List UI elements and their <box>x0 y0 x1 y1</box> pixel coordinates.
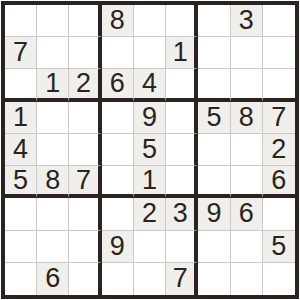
cell-r7c2[interactable] <box>37 198 69 230</box>
cell-r9c6: 7 <box>166 263 198 295</box>
cell-r6c5: 1 <box>134 166 166 198</box>
cell-r9c9[interactable] <box>263 263 295 295</box>
cell-r7c6: 3 <box>166 198 198 230</box>
cell-r2c3[interactable] <box>69 37 101 69</box>
cell-r4c2[interactable] <box>37 102 69 134</box>
cell-r6c7[interactable] <box>198 166 230 198</box>
cell-r8c4: 9 <box>102 231 134 263</box>
cell-r9c3[interactable] <box>69 263 101 295</box>
cell-r4c8: 8 <box>231 102 263 134</box>
cell-r5c4[interactable] <box>102 134 134 166</box>
cell-r9c1[interactable] <box>5 263 37 295</box>
cell-r2c9[interactable] <box>263 37 295 69</box>
cell-r7c5: 2 <box>134 198 166 230</box>
cell-r4c1: 1 <box>5 102 37 134</box>
cell-r4c9: 7 <box>263 102 295 134</box>
cell-r8c2[interactable] <box>37 231 69 263</box>
cell-r2c4[interactable] <box>102 37 134 69</box>
cell-r7c8: 6 <box>231 198 263 230</box>
cell-r5c2[interactable] <box>37 134 69 166</box>
cell-r5c1: 4 <box>5 134 37 166</box>
cell-r5c7[interactable] <box>198 134 230 166</box>
cell-r6c8[interactable] <box>231 166 263 198</box>
cell-r8c1[interactable] <box>5 231 37 263</box>
cell-r3c4: 6 <box>102 69 134 101</box>
cell-r3c1[interactable] <box>5 69 37 101</box>
cell-r7c4[interactable] <box>102 198 134 230</box>
cell-r6c1: 5 <box>5 166 37 198</box>
cell-r2c1: 7 <box>5 37 37 69</box>
cell-r2c7[interactable] <box>198 37 230 69</box>
cell-r3c9[interactable] <box>263 69 295 101</box>
sudoku-board: 83711264195874525871623969567 <box>1 1 299 299</box>
cell-r1c1[interactable] <box>5 5 37 37</box>
cell-r8c3[interactable] <box>69 231 101 263</box>
cell-r3c7[interactable] <box>198 69 230 101</box>
cell-r3c5: 4 <box>134 69 166 101</box>
cell-r7c7: 9 <box>198 198 230 230</box>
cell-r5c5: 5 <box>134 134 166 166</box>
cell-r7c1[interactable] <box>5 198 37 230</box>
cell-r5c3[interactable] <box>69 134 101 166</box>
cell-r5c8[interactable] <box>231 134 263 166</box>
cell-r5c6[interactable] <box>166 134 198 166</box>
cell-r1c3[interactable] <box>69 5 101 37</box>
cell-r2c5[interactable] <box>134 37 166 69</box>
cell-r6c4[interactable] <box>102 166 134 198</box>
cell-r6c3: 7 <box>69 166 101 198</box>
cell-r4c6[interactable] <box>166 102 198 134</box>
cell-r2c8[interactable] <box>231 37 263 69</box>
cell-r8c6[interactable] <box>166 231 198 263</box>
cell-r9c5[interactable] <box>134 263 166 295</box>
cell-r3c8[interactable] <box>231 69 263 101</box>
cell-r1c8: 3 <box>231 5 263 37</box>
cell-r3c6[interactable] <box>166 69 198 101</box>
cell-r3c2: 1 <box>37 69 69 101</box>
cell-r4c4[interactable] <box>102 102 134 134</box>
cell-r4c3[interactable] <box>69 102 101 134</box>
cell-r1c5[interactable] <box>134 5 166 37</box>
cell-r1c2[interactable] <box>37 5 69 37</box>
cell-r1c6[interactable] <box>166 5 198 37</box>
cell-r1c9[interactable] <box>263 5 295 37</box>
cell-r2c2[interactable] <box>37 37 69 69</box>
cell-r7c3[interactable] <box>69 198 101 230</box>
cell-r1c7[interactable] <box>198 5 230 37</box>
cell-r3c3: 2 <box>69 69 101 101</box>
cell-r9c2: 6 <box>37 263 69 295</box>
cell-r4c7: 5 <box>198 102 230 134</box>
cell-r1c4: 8 <box>102 5 134 37</box>
cell-r6c9: 6 <box>263 166 295 198</box>
cell-r9c7[interactable] <box>198 263 230 295</box>
cell-r8c7[interactable] <box>198 231 230 263</box>
cell-r8c9: 5 <box>263 231 295 263</box>
cell-r9c4[interactable] <box>102 263 134 295</box>
cell-r4c5: 9 <box>134 102 166 134</box>
cell-r9c8[interactable] <box>231 263 263 295</box>
cell-r6c6[interactable] <box>166 166 198 198</box>
cell-r8c5[interactable] <box>134 231 166 263</box>
cell-r2c6: 1 <box>166 37 198 69</box>
cell-r6c2: 8 <box>37 166 69 198</box>
cell-r7c9[interactable] <box>263 198 295 230</box>
cell-r5c9: 2 <box>263 134 295 166</box>
cell-r8c8[interactable] <box>231 231 263 263</box>
